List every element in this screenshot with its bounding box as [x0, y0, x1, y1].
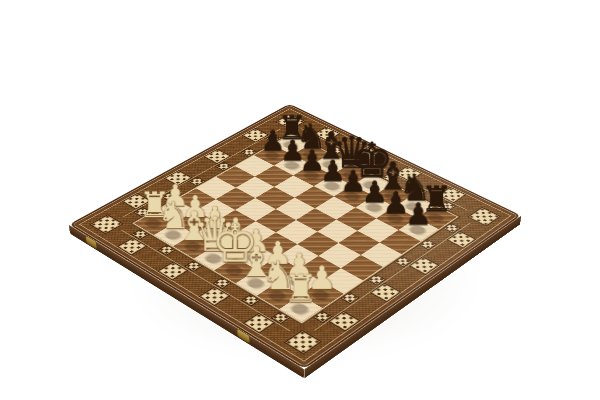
inlay-motif	[265, 134, 282, 143]
chess-board: ♜♞♝♛♚♝♞♜♟♟♟♟♟♟♟♟♟♟♟♟♟♟♟♟♜♞♝♛♚♝♞♜	[69, 104, 521, 369]
inlay-motif	[241, 294, 261, 306]
white-rook[interactable]: ♜	[282, 270, 320, 308]
inlay-motif	[284, 329, 322, 353]
inlay-motif	[215, 162, 232, 172]
inlay-motif	[188, 176, 206, 186]
inlay-motif	[340, 292, 360, 304]
inlay-motif	[328, 311, 361, 332]
inlay-motif	[212, 277, 232, 289]
inlay-motif	[241, 148, 258, 157]
inlay-motif	[243, 313, 276, 334]
inlay-motif	[443, 222, 461, 233]
inlay-motif	[131, 229, 150, 240]
inlay-motif	[467, 207, 501, 226]
inlay-motif	[446, 231, 476, 249]
black-pawn[interactable]: ♟	[403, 199, 433, 229]
photo-background: ♜♞♝♛♚♝♞♜♟♟♟♟♟♟♟♟♟♟♟♟♟♟♟♟♜♞♝♛♚♝♞♜	[0, 0, 600, 400]
inlay-motif	[157, 261, 188, 280]
inlay-motif	[409, 256, 440, 275]
inlay-motif	[199, 286, 231, 306]
inlay-motif	[370, 283, 402, 303]
inlay-motif	[90, 214, 124, 234]
inlay-motif	[117, 238, 148, 256]
